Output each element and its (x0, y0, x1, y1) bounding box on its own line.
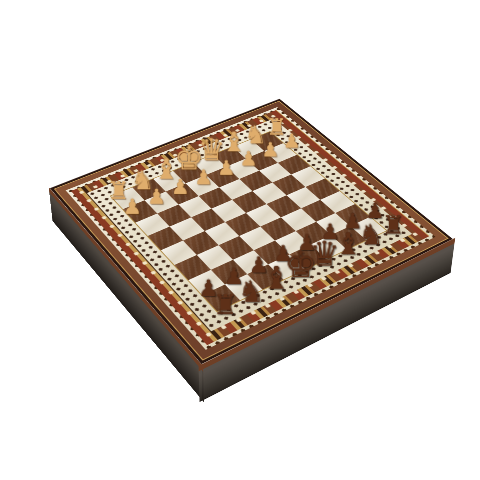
black-bishop-piece[interactable]: ♝ (262, 263, 290, 295)
black-knight-piece[interactable]: ♞ (358, 220, 383, 248)
black-rook-piece[interactable]: ♜ (213, 291, 238, 319)
chess-set-photo: ♜♞♝♚♛♝♞♜♟♟♟♟♟♟♟♟♟♟♟♟♟♟♟♟♜♞♝♚♛♝♞♜ (0, 0, 480, 480)
black-rook-piece[interactable]: ♜ (382, 212, 405, 238)
white-pawn-piece[interactable]: ♟ (123, 197, 142, 218)
black-knight-piece[interactable]: ♞ (238, 277, 265, 307)
chess-board: ♜♞♝♚♛♝♞♜♟♟♟♟♟♟♟♟♟♟♟♟♟♟♟♟♜♞♝♚♛♝♞♜ (50, 99, 453, 364)
perspective-wrapper: ♜♞♝♚♛♝♞♜♟♟♟♟♟♟♟♟♟♟♟♟♟♟♟♟♜♞♝♚♛♝♞♜ (0, 0, 480, 480)
